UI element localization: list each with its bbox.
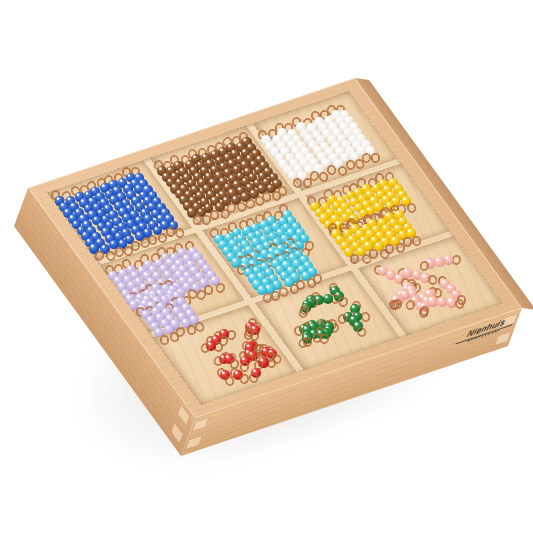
- dovetail-joint: [495, 332, 511, 345]
- dovetail-joint: [171, 423, 183, 443]
- dovetail-joint: [193, 418, 209, 431]
- montessori-bead-box-photo: Nienhuis MONTESSORI: [0, 0, 533, 533]
- dovetail-joint: [178, 405, 190, 425]
- dovetail-joint: [186, 436, 202, 449]
